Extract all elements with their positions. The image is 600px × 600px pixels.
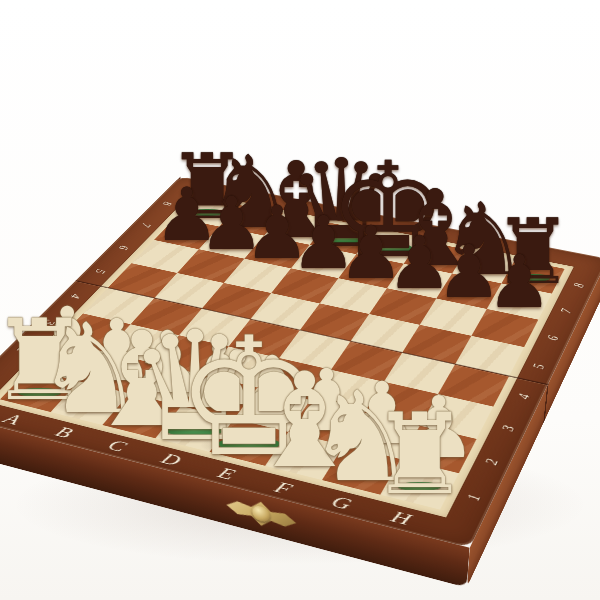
chess-set-photo: A88B77C66D55E44F33G22H11 ♜♞♝♛♚♝♞♜♟♟♟♟♟♟♟… [0, 0, 600, 600]
piece-black-pawn-h7[interactable]: ♟ [487, 246, 552, 319]
pieces-layer: ♜♞♝♛♚♝♞♜♟♟♟♟♟♟♟♟♟♟♟♟♟♟♟♟♜♞♝♛♚♝♞♜ [0, 0, 600, 600]
piece-white-rook-h1[interactable]: ♜ [370, 399, 470, 511]
